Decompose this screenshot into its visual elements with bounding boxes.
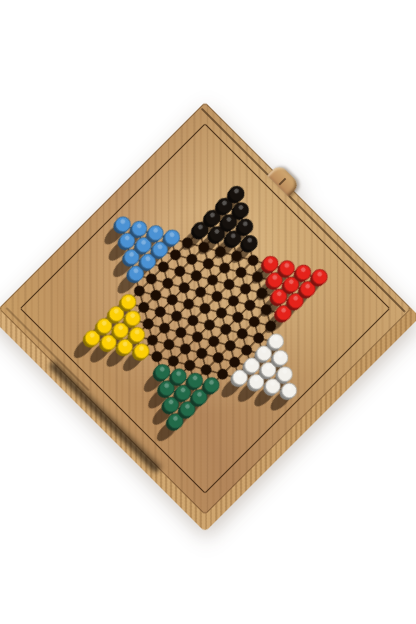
hole-lattice <box>0 102 411 515</box>
product-photo <box>0 0 416 624</box>
chinese-checkers-board <box>0 102 411 515</box>
board-rotor <box>0 102 416 532</box>
